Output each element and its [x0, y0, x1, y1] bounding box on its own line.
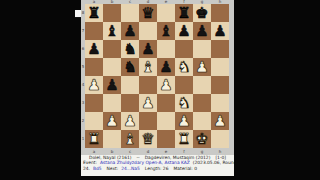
square-d1: ♛ — [139, 130, 157, 148]
square-f4 — [175, 76, 193, 94]
square-e1 — [157, 130, 175, 148]
black-pawn: ♟ — [121, 22, 139, 40]
square-g5: ♟ — [193, 58, 211, 76]
square-e2 — [157, 112, 175, 130]
square-b6 — [103, 40, 121, 58]
white-pawn: ♟ — [121, 112, 139, 130]
white-pawn: ♟ — [157, 76, 175, 94]
file-label-g: g — [193, 148, 211, 155]
square-b8 — [103, 4, 121, 22]
square-d7 — [139, 22, 157, 40]
event-details: (2023.05.06, Round 8.27) — [193, 160, 234, 165]
next-label: Next: — [107, 166, 119, 171]
white-knight: ♞ — [175, 94, 193, 112]
square-g2 — [193, 112, 211, 130]
square-f1: ♜ — [175, 130, 193, 148]
square-a5 — [85, 58, 103, 76]
white-bishop: ♝ — [121, 130, 139, 148]
square-f7: ♟ — [175, 22, 193, 40]
square-c8 — [121, 4, 139, 22]
game-length: Length: 26 — [145, 166, 169, 171]
square-h1 — [211, 130, 229, 148]
square-f6 — [175, 40, 193, 58]
square-g6 — [193, 40, 211, 58]
white-pawn: ♟ — [211, 112, 229, 130]
video-frame: abcdefgh 87654321 ♜♛♜♚♝♟♝♟♟♟♟♞♟♞♝♟♞♟♟♟♟♟… — [0, 0, 320, 180]
black-pawn: ♟ — [103, 76, 121, 94]
square-c4 — [121, 76, 139, 94]
black-rook: ♜ — [175, 4, 193, 22]
black-queen: ♛ — [139, 4, 157, 22]
white-pawn: ♟ — [103, 112, 121, 130]
next-move: 24...Na5 — [121, 166, 140, 171]
square-g1: ♚ — [193, 130, 211, 148]
black-pawn: ♟ — [211, 22, 229, 40]
material-balance: Material: 0 — [173, 166, 197, 171]
square-a4: ♟ — [85, 76, 103, 94]
game-result: [1-0] — [215, 155, 226, 160]
white-knight: ♞ — [175, 58, 193, 76]
file-label-c: c — [121, 148, 139, 155]
white-queen: ♛ — [139, 130, 157, 148]
black-player-name: Dagdeviren, Mustaqim (2012) — [145, 155, 211, 160]
white-player-name: Dolel, Nayal (2161) — [89, 155, 131, 160]
black-bishop: ♝ — [103, 22, 121, 40]
black-pawn: ♟ — [139, 40, 157, 58]
players-separator: -- — [137, 155, 140, 160]
square-a6: ♟ — [85, 40, 103, 58]
white-pawn: ♟ — [193, 58, 211, 76]
black-knight: ♞ — [121, 40, 139, 58]
white-king: ♚ — [193, 130, 211, 148]
black-pawn: ♟ — [157, 58, 175, 76]
square-g4 — [193, 76, 211, 94]
square-g8: ♚ — [193, 4, 211, 22]
square-e6 — [157, 40, 175, 58]
event-name: Astana Zhuldyzdary Open-A, Astana KAZ — [100, 160, 190, 165]
square-f2: ♟ — [175, 112, 193, 130]
move-number: 24. — [83, 166, 90, 171]
square-c6: ♞ — [121, 40, 139, 58]
file-label-e: e — [157, 148, 175, 155]
white-pawn: ♟ — [85, 76, 103, 94]
square-e3 — [157, 94, 175, 112]
board: ♜♛♜♚♝♟♝♟♟♟♟♞♟♞♝♟♞♟♟♟♟♟♞♟♟♟♟♜♝♛♜♚ — [85, 4, 229, 148]
square-f5: ♞ — [175, 58, 193, 76]
white-pawn: ♟ — [175, 112, 193, 130]
square-e4: ♟ — [157, 76, 175, 94]
square-h6 — [211, 40, 229, 58]
square-a7 — [85, 22, 103, 40]
square-d2 — [139, 112, 157, 130]
square-a3 — [85, 94, 103, 112]
file-labels-bottom: abcdefgh — [85, 148, 229, 155]
file-label-b: b — [103, 148, 121, 155]
board-frame: abcdefgh 87654321 ♜♛♜♚♝♟♝♟♟♟♟♞♟♞♝♟♞♟♟♟♟♟… — [81, 0, 234, 155]
square-h4 — [211, 76, 229, 94]
square-d3: ♟ — [139, 94, 157, 112]
square-a1: ♜ — [85, 130, 103, 148]
black-pawn: ♟ — [193, 22, 211, 40]
black-king: ♚ — [193, 4, 211, 22]
square-e7: ♝ — [157, 22, 175, 40]
square-g7: ♟ — [193, 22, 211, 40]
square-c3 — [121, 94, 139, 112]
file-label-h: h — [211, 148, 229, 155]
square-c1: ♝ — [121, 130, 139, 148]
square-a2 — [85, 112, 103, 130]
square-c2: ♟ — [121, 112, 139, 130]
square-b7: ♝ — [103, 22, 121, 40]
square-h5 — [211, 58, 229, 76]
black-pawn: ♟ — [175, 22, 193, 40]
square-c5: ♞ — [121, 58, 139, 76]
square-b4: ♟ — [103, 76, 121, 94]
white-pawn: ♟ — [139, 94, 157, 112]
last-move: Bd5 — [93, 166, 102, 171]
square-g3 — [193, 94, 211, 112]
white-bishop: ♝ — [139, 58, 157, 76]
square-e5: ♟ — [157, 58, 175, 76]
square-d8: ♛ — [139, 4, 157, 22]
event-label: Event: — [83, 160, 97, 165]
black-rook: ♜ — [85, 4, 103, 22]
square-e8 — [157, 4, 175, 22]
square-h3 — [211, 94, 229, 112]
black-knight: ♞ — [121, 58, 139, 76]
square-d5: ♝ — [139, 58, 157, 76]
white-rook: ♜ — [175, 130, 193, 148]
square-b5 — [103, 58, 121, 76]
black-bishop: ♝ — [157, 22, 175, 40]
square-b3 — [103, 94, 121, 112]
square-d4 — [139, 76, 157, 94]
square-h8 — [211, 4, 229, 22]
white-rook: ♜ — [85, 130, 103, 148]
square-d6: ♟ — [139, 40, 157, 58]
square-b2: ♟ — [103, 112, 121, 130]
file-label-a: a — [85, 148, 103, 155]
black-pawn: ♟ — [85, 40, 103, 58]
file-label-f: f — [175, 148, 193, 155]
square-f3: ♞ — [175, 94, 193, 112]
square-b1 — [103, 130, 121, 148]
square-f8: ♜ — [175, 4, 193, 22]
caption-panel: Dolel, Nayal (2161)--Dagdeviren, Mustaqi… — [81, 155, 234, 176]
file-label-d: d — [139, 148, 157, 155]
square-h2: ♟ — [211, 112, 229, 130]
square-c7: ♟ — [121, 22, 139, 40]
move-info-line: 24.Bd5Next:24...Na5Length: 26Material: 0 — [81, 166, 234, 171]
square-h7: ♟ — [211, 22, 229, 40]
square-a8: ♜ — [85, 4, 103, 22]
